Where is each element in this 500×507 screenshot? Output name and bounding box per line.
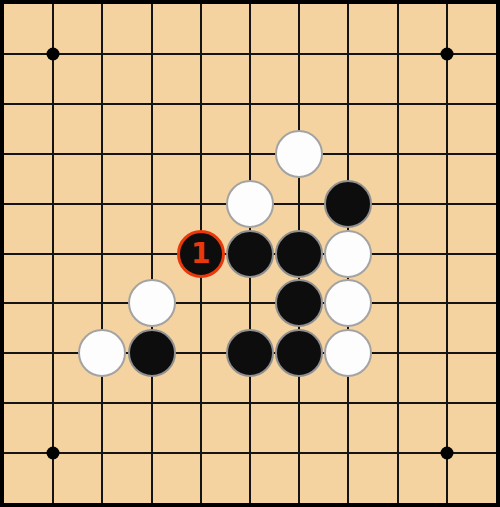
- black-stone: [275, 279, 323, 327]
- grid-line-vertical: [446, 4, 448, 503]
- move-1-label: 1: [191, 240, 210, 268]
- white-stone: [78, 329, 126, 377]
- star-point: [440, 447, 453, 460]
- white-stone: [226, 180, 274, 228]
- black-stone: [226, 230, 274, 278]
- black-stone: [275, 230, 323, 278]
- grid-line-horizontal: [4, 302, 496, 304]
- star-point: [47, 447, 60, 460]
- move-1-stone: 1: [177, 230, 225, 278]
- star-point: [440, 47, 453, 60]
- grid-line-horizontal: [4, 452, 496, 454]
- grid-line-vertical: [397, 4, 399, 503]
- black-stone: [226, 329, 274, 377]
- black-stone: [275, 329, 323, 377]
- white-stone: [275, 130, 323, 178]
- white-stone: [324, 230, 372, 278]
- go-board[interactable]: 1: [0, 0, 500, 507]
- grid-line-horizontal: [4, 402, 496, 404]
- star-point: [47, 47, 60, 60]
- black-stone: [128, 329, 176, 377]
- white-stone: [324, 329, 372, 377]
- white-stone: [128, 279, 176, 327]
- black-stone: [324, 180, 372, 228]
- white-stone: [324, 279, 372, 327]
